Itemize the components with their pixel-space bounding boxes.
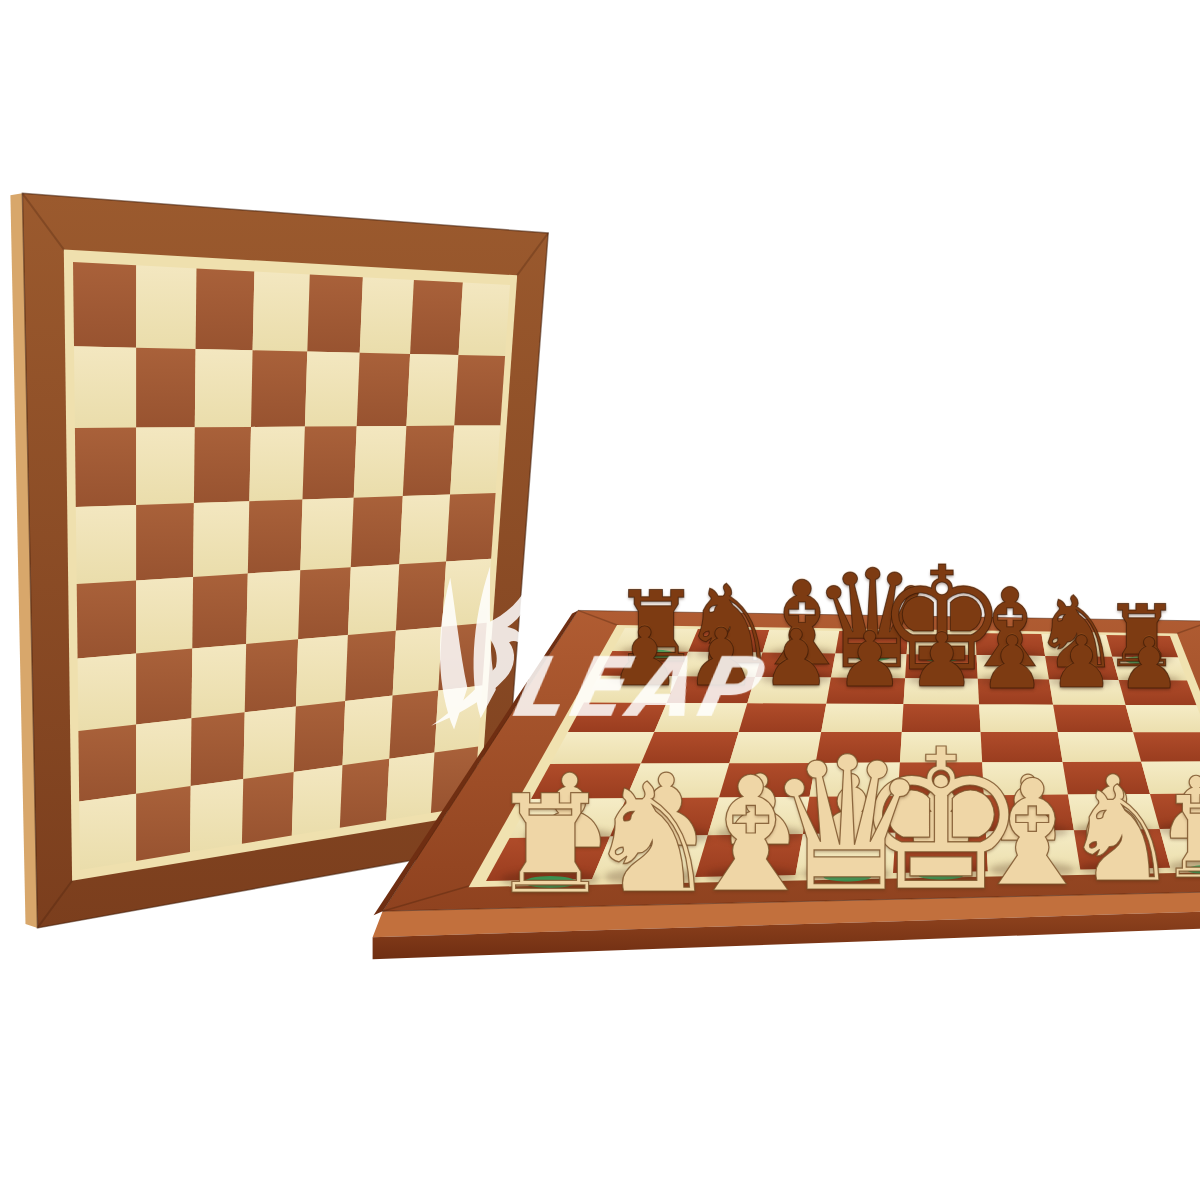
- upright-board-square: [340, 759, 390, 828]
- upright-board-square: [403, 426, 455, 496]
- upright-board-square: [75, 428, 136, 508]
- upright-board-square: [300, 498, 353, 571]
- flat-board-square: [568, 703, 667, 732]
- piece-white-r-a1: ♜: [489, 777, 611, 913]
- upright-board-square: [136, 265, 196, 349]
- upright-board-square: [73, 262, 136, 348]
- upright-board-square: [360, 277, 414, 354]
- piece-black-p-a7: ♟: [608, 616, 681, 697]
- upright-board-square: [446, 493, 496, 562]
- upright-board-square: [77, 580, 136, 658]
- upright-board-square: [396, 561, 446, 630]
- upright-board-square: [459, 283, 511, 357]
- upright-board-square: [245, 639, 298, 712]
- piece-black-p-f7: ♟: [979, 626, 1045, 699]
- upright-board-square: [190, 779, 243, 852]
- upright-board-square: [442, 559, 491, 627]
- upright-board-square: [74, 346, 136, 428]
- upright-board-square: [136, 649, 192, 725]
- flat-board-square: [1126, 705, 1200, 732]
- upright-board-square: [249, 427, 305, 502]
- upright-board-square: [193, 501, 249, 577]
- upright-board-square: [438, 623, 486, 691]
- upright-board-square: [406, 354, 458, 426]
- upright-board-square: [136, 427, 195, 505]
- upright-board-square: [386, 752, 434, 820]
- upright-board-square: [393, 627, 443, 696]
- upright-board-square: [76, 505, 136, 584]
- upright-board-square: [292, 765, 343, 835]
- upright-board-square: [354, 426, 407, 498]
- flat-board-square: [654, 703, 747, 732]
- upright-board-square: [298, 567, 351, 639]
- piece-black-p-h7: ♟: [1118, 629, 1181, 699]
- upright-board-square: [78, 725, 136, 802]
- upright-board-square: [343, 696, 393, 766]
- upright-board-square: [248, 499, 303, 573]
- upright-board-square: [345, 631, 396, 701]
- upright-board-square: [136, 577, 193, 654]
- upright-board-square: [305, 352, 360, 427]
- upright-board-square: [357, 353, 410, 426]
- upright-board-square: [253, 272, 310, 352]
- upright-board-square: [78, 654, 137, 732]
- upright-board-square: [243, 707, 296, 779]
- piece-black-p-b7: ♟: [686, 618, 757, 698]
- upright-board-square: [348, 564, 399, 635]
- upright-board-square: [192, 574, 248, 649]
- upright-board-square: [251, 350, 307, 427]
- piece-black-p-d7: ♟: [835, 622, 903, 698]
- piece-black-p-c7: ♟: [761, 620, 831, 698]
- upright-board-square: [296, 635, 348, 707]
- upright-board-square: [136, 503, 194, 580]
- upright-board-square: [435, 685, 483, 752]
- upright-board-square: [79, 794, 136, 870]
- piece-black-p-e7: ♟: [908, 624, 975, 699]
- upright-board-square: [136, 718, 191, 793]
- upright-board-square: [389, 690, 438, 758]
- upright-board-square: [195, 349, 253, 427]
- upright-board-square: [194, 427, 251, 503]
- upright-board-square: [307, 275, 363, 353]
- upright-board-square: [136, 348, 196, 428]
- piece-black-p-g7: ♟: [1049, 627, 1113, 699]
- upright-board-square: [454, 355, 505, 426]
- upright-board-square: [191, 712, 245, 786]
- upright-board-square: [196, 269, 255, 351]
- upright-board-square: [351, 496, 403, 567]
- upright-board-square: [410, 280, 463, 355]
- upright-board-square: [246, 570, 300, 644]
- upright-board-square: [399, 494, 450, 564]
- upright-board-square: [242, 772, 294, 844]
- upright-board-square: [192, 644, 247, 718]
- upright-board-square: [450, 425, 500, 494]
- upright-board-square: [303, 426, 357, 499]
- product-photo-stage: ♜♞♝♛♚♝♞♜♟♟♟♟♟♟♟♟♟♟♟♟♟♟♟♟♜♞♝♛♚♝♞♜ LEAP: [0, 0, 1200, 1200]
- upright-board-square: [294, 701, 345, 772]
- upright-board-square: [136, 786, 191, 861]
- flat-board-square: [1053, 705, 1133, 733]
